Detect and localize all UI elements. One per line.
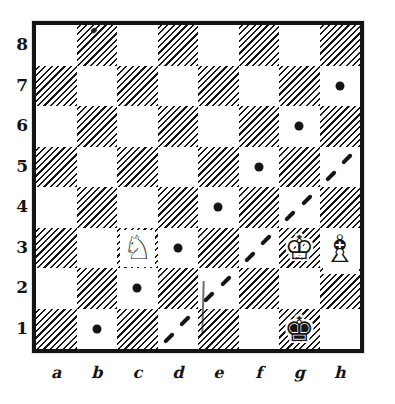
square-b4[interactable] [77,187,118,228]
chess-diagram-page: 87654321 ♘♔♗♚ abcdefgh [0,0,395,404]
move-dash-f3 [260,234,272,246]
square-a3[interactable] [36,228,77,269]
square-f6[interactable] [239,106,280,147]
square-b1[interactable] [77,309,118,350]
file-label-c: c [117,357,158,382]
square-d2[interactable] [158,268,199,309]
rank-label-4: 4 [4,187,28,228]
white-king-g3[interactable]: ♔ [284,231,314,264]
square-d4[interactable] [158,187,199,228]
square-a8[interactable] [36,25,77,66]
move-dash-f3 [244,251,256,263]
rank-label-5: 5 [4,147,28,188]
square-e3[interactable] [198,228,239,269]
square-h1[interactable] [320,309,361,350]
square-f1[interactable] [239,309,280,350]
move-dot-h7 [335,81,344,90]
square-g2[interactable] [279,268,320,309]
square-e5[interactable] [198,147,239,188]
move-dash-g4 [301,193,313,205]
move-dash-d1 [179,315,191,327]
square-a4[interactable] [36,187,77,228]
file-label-a: a [36,357,77,382]
move-dot-d3 [173,243,182,252]
square-c8[interactable] [117,25,158,66]
square-d1[interactable] [158,309,199,350]
square-b6[interactable] [77,106,118,147]
square-f4[interactable] [239,187,280,228]
square-f8[interactable] [239,25,280,66]
square-e7[interactable] [198,66,239,107]
square-c4[interactable] [117,187,158,228]
square-h6[interactable] [320,106,361,147]
square-e1[interactable] [198,309,239,350]
square-h7[interactable] [320,66,361,107]
square-h5[interactable] [320,147,361,188]
square-c5[interactable] [117,147,158,188]
square-h8[interactable] [320,25,361,66]
square-a7[interactable] [36,66,77,107]
move-dash-h5 [325,170,337,182]
move-dash-h5 [341,153,353,165]
move-dot-e4 [214,203,223,212]
rank-label-8: 8 [4,25,28,66]
square-e8[interactable] [198,25,239,66]
square-e4[interactable] [198,187,239,228]
rank-label-6: 6 [4,106,28,147]
square-g7[interactable] [279,66,320,107]
move-dot-c2 [133,284,142,293]
white-bishop-h3[interactable]: ♗ [323,230,357,268]
file-label-d: d [158,357,199,382]
move-dot-g6 [295,122,304,131]
rank-labels: 87654321 [4,25,28,349]
rank-label-3: 3 [4,228,28,269]
rank-label-2: 2 [4,268,28,309]
square-a5[interactable] [36,147,77,188]
square-f7[interactable] [239,66,280,107]
move-dot-f5 [254,162,263,171]
square-h2[interactable] [320,268,361,309]
move-dash-d1 [163,332,175,344]
rank-label-1: 1 [4,309,28,350]
square-c3[interactable]: ♘ [117,228,158,269]
file-labels: abcdefgh [36,357,360,382]
move-dash-e2 [203,291,215,303]
square-g1[interactable]: ♚ [279,309,320,350]
move-dash-e2 [220,274,232,286]
move-dash-g4 [284,210,296,222]
square-e6[interactable] [198,106,239,147]
square-f3[interactable] [239,228,280,269]
square-g6[interactable] [279,106,320,147]
square-b2[interactable] [77,268,118,309]
chess-board: ♘♔♗♚ [32,21,364,353]
square-c6[interactable] [117,106,158,147]
rank-label-7: 7 [4,66,28,107]
board-wrap: ♘♔♗♚ [32,21,364,353]
black-king-g1[interactable]: ♚ [284,312,314,346]
square-h4[interactable] [320,187,361,228]
file-label-g: g [279,357,320,382]
white-knight-c3[interactable]: ♘ [122,231,152,264]
square-a6[interactable] [36,106,77,147]
square-g3[interactable]: ♔ [279,228,320,269]
square-c7[interactable] [117,66,158,107]
square-g5[interactable] [279,147,320,188]
square-b7[interactable] [77,66,118,107]
square-f2[interactable] [239,268,280,309]
square-c2[interactable] [117,268,158,309]
square-a2[interactable] [36,268,77,309]
move-dot-b1 [92,324,101,333]
file-label-e: e [198,357,239,382]
square-h3[interactable]: ♗ [320,228,361,269]
square-a1[interactable] [36,309,77,350]
square-e2[interactable] [198,268,239,309]
square-f5[interactable] [239,147,280,188]
square-d7[interactable] [158,66,199,107]
square-d5[interactable] [158,147,199,188]
square-d6[interactable] [158,106,199,147]
file-label-h: h [320,357,361,382]
square-b3[interactable] [77,228,118,269]
file-label-b: b [77,357,118,382]
square-g8[interactable] [279,25,320,66]
square-c1[interactable] [117,309,158,350]
square-b5[interactable] [77,147,118,188]
file-label-f: f [239,357,280,382]
square-d3[interactable] [158,228,199,269]
square-d8[interactable] [158,25,199,66]
square-g4[interactable] [279,187,320,228]
